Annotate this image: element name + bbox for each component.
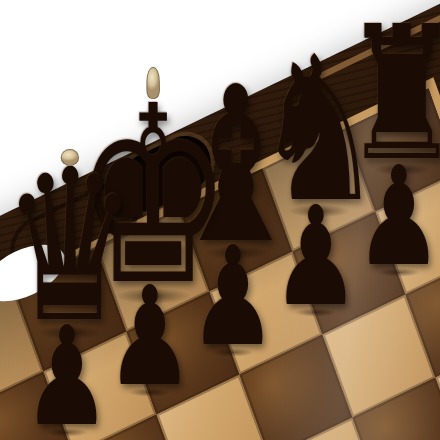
photo-scene: ♛♚♝♞♜♟♟♟♟♟ — [0, 0, 440, 440]
black-pawn[interactable]: ♟ — [106, 268, 194, 405]
black-pawn[interactable]: ♟ — [272, 188, 360, 325]
black-pawn[interactable]: ♟ — [189, 228, 277, 365]
black-pawn[interactable]: ♟ — [355, 148, 440, 285]
black-pawn[interactable]: ♟ — [23, 308, 111, 440]
king-light-finial — [146, 67, 160, 99]
queen-light-finial — [61, 149, 79, 166]
